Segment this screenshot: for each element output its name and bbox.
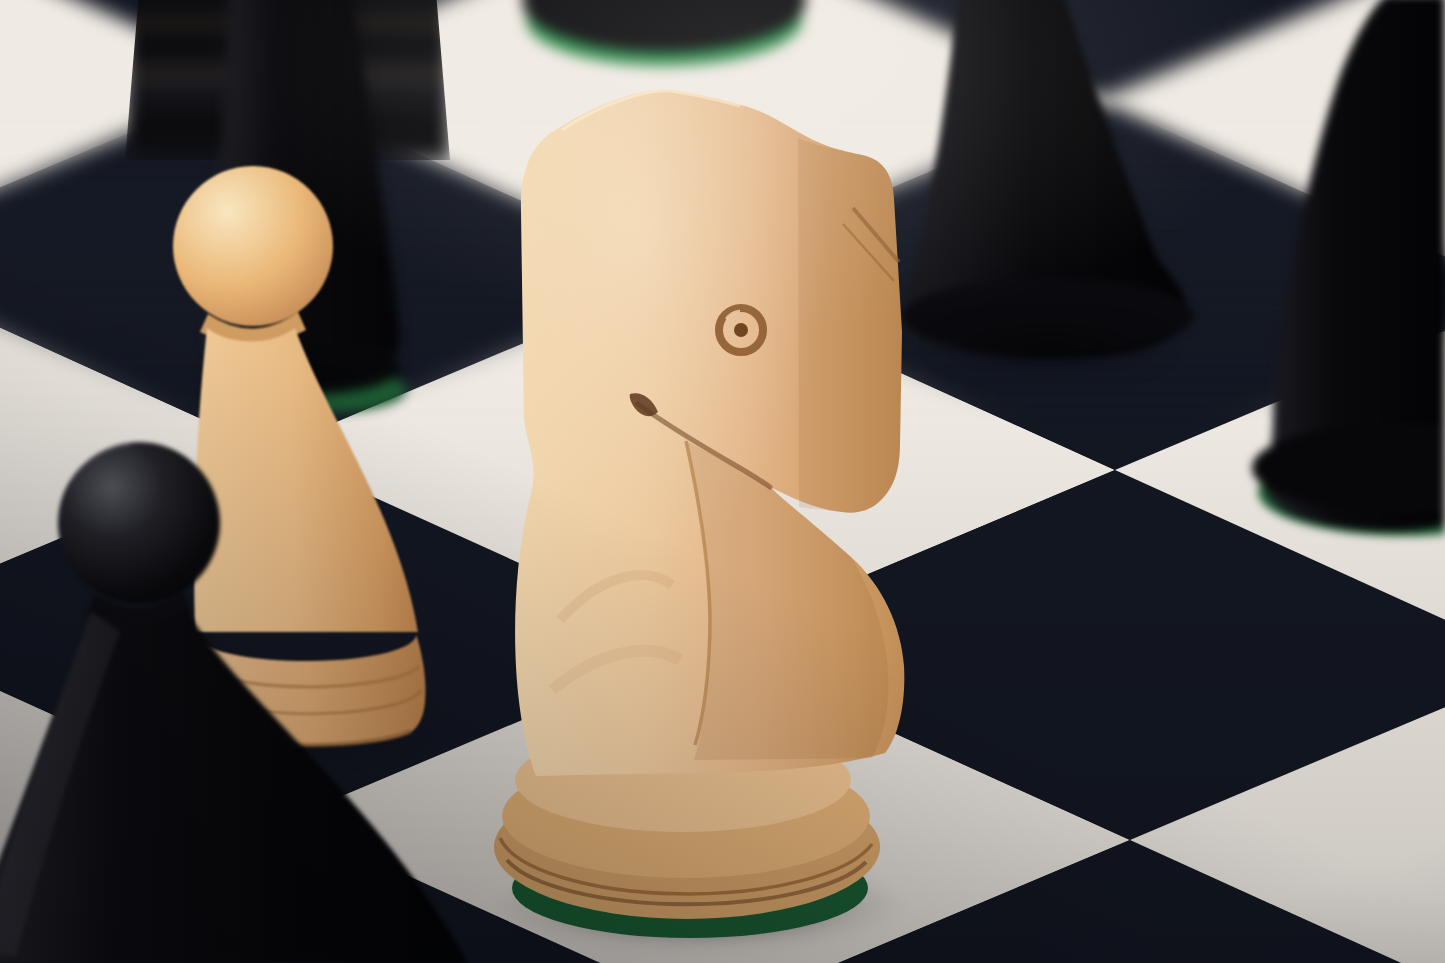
pawn-ball (173, 166, 333, 326)
pawn-cone (0, 610, 468, 963)
white-knight (460, 55, 930, 960)
photo-of-chessboard (0, 0, 1445, 963)
head-right-face-shade (798, 138, 902, 513)
bishop-base (902, 278, 1194, 354)
black-pawn-foreground (0, 425, 480, 963)
black-king-right-edge (1235, 0, 1445, 555)
eye-center (734, 323, 748, 337)
